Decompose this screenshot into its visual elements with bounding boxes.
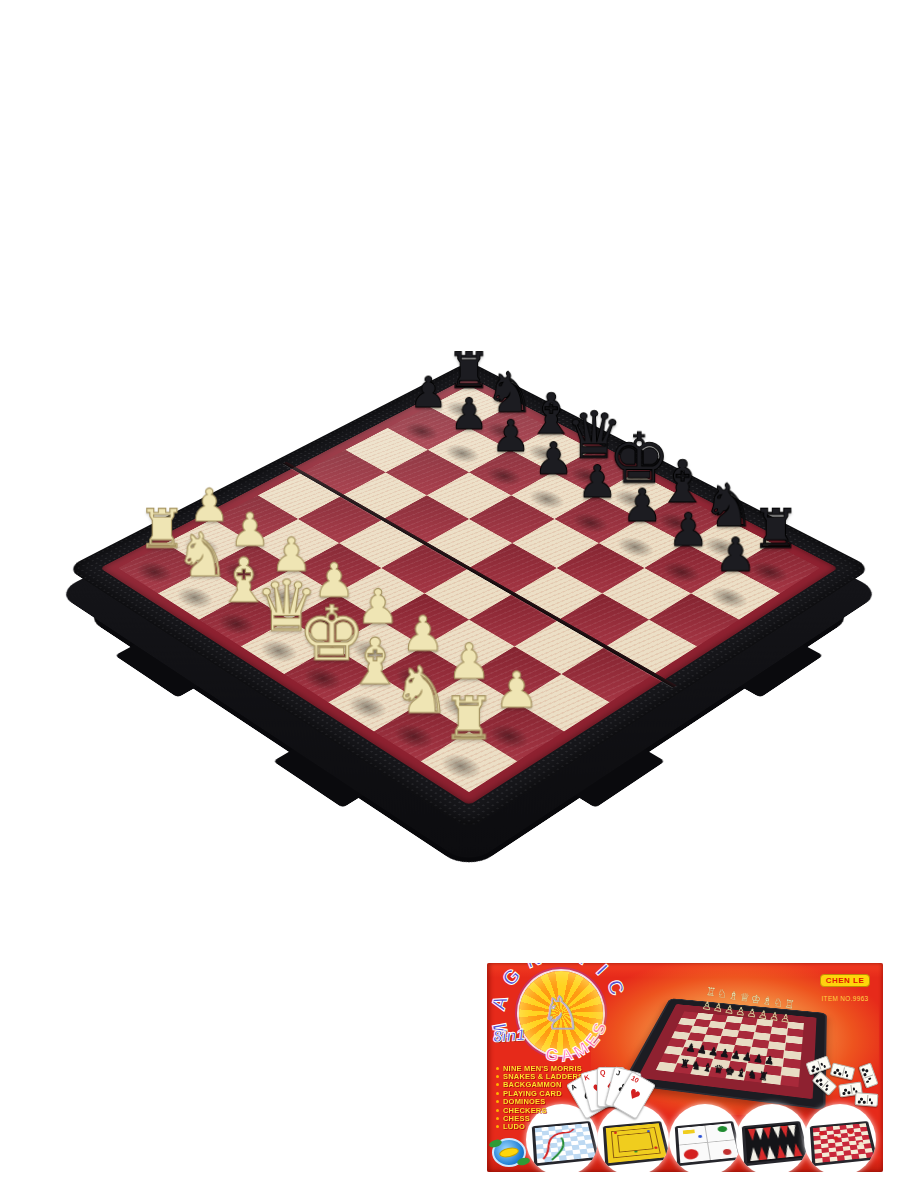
- bullet-icon: [496, 1067, 499, 1070]
- chessboard-3d: ♜♞♝♛♚♝♞♜♟♟♟♟♟♟♟♟♟♟♟♟♟♟♟♟♜♞♝♛♚♝♞♜: [66, 361, 872, 830]
- checkers-board-icon: [810, 1121, 876, 1166]
- morris-pieces-icon: [614, 1131, 617, 1133]
- ludo-red-disc: [723, 1149, 732, 1156]
- mini-board-grid: [656, 1011, 804, 1087]
- bullet-icon: [496, 1125, 499, 1128]
- bullet-icon: [496, 1083, 499, 1086]
- bullet-icon: [496, 1109, 499, 1112]
- bullet-icon: [496, 1075, 499, 1078]
- product-box: ♘ MAGNETIC GAMES 8in1 CHEN LE ITEM NO.99…: [487, 963, 883, 1172]
- playing-cards-fan: A♠ K♥ Q♦ J♣ 10♥: [559, 1059, 669, 1129]
- ludo-blue-token: [698, 1135, 702, 1138]
- bullet-icon: [496, 1092, 499, 1095]
- ludo-board-icon: [675, 1121, 741, 1166]
- product-photo-page: ♜♞♝♛♚♝♞♜♟♟♟♟♟♟♟♟♟♟♟♟♟♟♟♟♜♞♝♛♚♝♞♜ ♘ MAGNE…: [0, 0, 900, 1200]
- domino-tile: [830, 1062, 855, 1080]
- bullet-icon: [496, 1100, 499, 1103]
- checkers-pieces-icon: [819, 1131, 824, 1135]
- backgammon-board-icon: [742, 1121, 808, 1166]
- inset-backgammon: [736, 1104, 808, 1172]
- heart-icon: ♥: [620, 1083, 649, 1107]
- knight-icon: ♘: [540, 986, 581, 1040]
- maker-logo-icon: [491, 1137, 527, 1167]
- domino-tile: [855, 1092, 879, 1107]
- eight-in-one-text: 8in1: [492, 1026, 525, 1046]
- ludo-red-disc: [683, 1149, 699, 1161]
- inset-ludo: [669, 1104, 741, 1172]
- ludo-yellow-strip: [683, 1129, 695, 1134]
- bullet-icon: [496, 1117, 499, 1120]
- dominoes-cluster: [805, 1057, 883, 1119]
- ludo-green-disc: [717, 1126, 728, 1133]
